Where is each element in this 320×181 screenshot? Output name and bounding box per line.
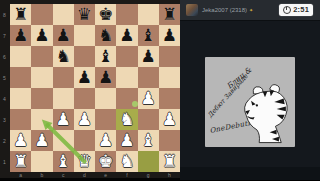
square-g2[interactable]: ♝ <box>138 130 159 151</box>
panel-footer <box>180 167 320 180</box>
piece-white-pawn[interactable]: ♟ <box>159 109 180 130</box>
square-f2[interactable]: ♟ <box>116 130 137 151</box>
square-d1[interactable]: ♛ <box>74 151 95 172</box>
piece-white-pawn[interactable]: ♟ <box>31 130 52 151</box>
channel-logo: Блиц & Дебют Завираде OneDebutPlayer <box>205 57 295 147</box>
square-e3[interactable] <box>95 109 116 130</box>
square-h4[interactable] <box>159 88 180 109</box>
piece-black-pawn[interactable]: ♟ <box>74 67 95 88</box>
square-d4[interactable] <box>74 88 95 109</box>
piece-black-bishop[interactable]: ♝ <box>138 25 159 46</box>
piece-black-rook[interactable]: ♜ <box>10 4 31 25</box>
clock-time: 2:51 <box>293 5 309 14</box>
flair-icon: ✦ <box>249 7 253 13</box>
piece-white-king[interactable]: ♚ <box>95 151 116 172</box>
piece-white-bishop[interactable]: ♝ <box>53 151 74 172</box>
piece-black-knight[interactable]: ♞ <box>95 25 116 46</box>
square-g7[interactable]: ♝ <box>138 25 159 46</box>
square-a2[interactable]: ♟ <box>10 130 31 151</box>
square-d3[interactable]: ♟ <box>74 109 95 130</box>
chess-board: ♜♛♚♜♟♟♟♞♟♝♟♞♝♟♟♟♟♟♟♞♟♟♟♟♟♝♜♝♛♚♞♜ 8765432… <box>0 0 180 180</box>
square-e7[interactable]: ♞ <box>95 25 116 46</box>
app-window: ♜♛♚♜♟♟♟♞♟♝♟♞♝♟♟♟♟♟♟♞♟♟♟♟♟♝♜♝♛♚♞♜ 8765432… <box>0 0 320 180</box>
square-b3[interactable] <box>31 109 52 130</box>
square-a4[interactable] <box>10 88 31 109</box>
piece-black-pawn[interactable]: ♟ <box>138 46 159 67</box>
piece-black-king[interactable]: ♚ <box>95 4 116 25</box>
square-c5[interactable] <box>53 67 74 88</box>
piece-black-queen[interactable]: ♛ <box>74 4 95 25</box>
square-b5[interactable] <box>31 67 52 88</box>
square-e5[interactable]: ♟ <box>95 67 116 88</box>
square-e1[interactable]: ♚ <box>95 151 116 172</box>
tiger-icon <box>236 81 294 145</box>
piece-white-pawn[interactable]: ♟ <box>95 130 116 151</box>
square-c8[interactable] <box>53 4 74 25</box>
square-h1[interactable]: ♜ <box>159 151 180 172</box>
square-e4[interactable] <box>95 88 116 109</box>
square-a8[interactable]: ♜ <box>10 4 31 25</box>
piece-white-knight[interactable]: ♞ <box>116 109 137 130</box>
clock-icon <box>283 6 291 14</box>
square-g5[interactable] <box>138 67 159 88</box>
square-e2[interactable]: ♟ <box>95 130 116 151</box>
square-h6[interactable] <box>159 46 180 67</box>
clock: 2:51 <box>279 4 313 16</box>
square-f6[interactable] <box>116 46 137 67</box>
square-f3[interactable]: ♞ <box>116 109 137 130</box>
piece-white-pawn[interactable]: ♟ <box>10 130 31 151</box>
piece-white-rook[interactable]: ♜ <box>159 151 180 172</box>
square-f4[interactable] <box>116 88 137 109</box>
piece-black-pawn[interactable]: ♟ <box>116 25 137 46</box>
square-e8[interactable]: ♚ <box>95 4 116 25</box>
board-bottom-strip <box>0 178 180 181</box>
piece-white-rook[interactable]: ♜ <box>10 151 31 172</box>
square-g3[interactable] <box>138 109 159 130</box>
square-e6[interactable]: ♝ <box>95 46 116 67</box>
piece-white-bishop[interactable]: ♝ <box>138 130 159 151</box>
square-g8[interactable] <box>138 4 159 25</box>
player-bar: Jeka2007 (2318) ✦ 2:51 <box>180 0 320 21</box>
square-c2[interactable] <box>53 130 74 151</box>
square-a3[interactable] <box>10 109 31 130</box>
square-f7[interactable]: ♟ <box>116 25 137 46</box>
square-b7[interactable]: ♟ <box>31 25 52 46</box>
piece-black-pawn[interactable]: ♟ <box>95 67 116 88</box>
rank-label-4: 4 <box>3 96 6 102</box>
square-h3[interactable]: ♟ <box>159 109 180 130</box>
square-h2[interactable] <box>159 130 180 151</box>
square-f1[interactable]: ♞ <box>116 151 137 172</box>
square-c7[interactable]: ♟ <box>53 25 74 46</box>
piece-black-knight[interactable]: ♞ <box>53 46 74 67</box>
square-c6[interactable]: ♞ <box>53 46 74 67</box>
square-b2[interactable]: ♟ <box>31 130 52 151</box>
piece-black-pawn[interactable]: ♟ <box>159 25 180 46</box>
square-b1[interactable] <box>31 151 52 172</box>
piece-white-queen[interactable]: ♛ <box>74 151 95 172</box>
square-f5[interactable] <box>116 67 137 88</box>
square-c1[interactable]: ♝ <box>53 151 74 172</box>
square-h5[interactable] <box>159 67 180 88</box>
piece-white-pawn[interactable]: ♟ <box>74 109 95 130</box>
player-name[interactable]: Jeka2007 (2318) <box>202 7 247 13</box>
square-d5[interactable]: ♟ <box>74 67 95 88</box>
square-d7[interactable] <box>74 25 95 46</box>
piece-black-rook[interactable]: ♜ <box>159 4 180 25</box>
square-b8[interactable] <box>31 4 52 25</box>
square-b4[interactable] <box>31 88 52 109</box>
piece-black-pawn[interactable]: ♟ <box>31 25 52 46</box>
square-d8[interactable]: ♛ <box>74 4 95 25</box>
square-g6[interactable]: ♟ <box>138 46 159 67</box>
rank-label-8: 8 <box>3 12 6 18</box>
board-grid: ♜♛♚♜♟♟♟♞♟♝♟♞♝♟♟♟♟♟♟♞♟♟♟♟♟♝♜♝♛♚♞♜ <box>10 4 180 172</box>
rank-label-6: 6 <box>3 54 6 60</box>
piece-black-bishop[interactable]: ♝ <box>95 46 116 67</box>
square-a6[interactable] <box>10 46 31 67</box>
rank-label-3: 3 <box>3 117 6 123</box>
square-h7[interactable]: ♟ <box>159 25 180 46</box>
square-f8[interactable] <box>116 4 137 25</box>
square-b6[interactable] <box>31 46 52 67</box>
square-g4[interactable]: ♟ <box>138 88 159 109</box>
square-h8[interactable]: ♜ <box>159 4 180 25</box>
rank-label-2: 2 <box>3 138 6 144</box>
square-d2[interactable] <box>74 130 95 151</box>
piece-black-pawn[interactable]: ♟ <box>53 25 74 46</box>
square-c3[interactable]: ♟ <box>53 109 74 130</box>
piece-white-pawn[interactable]: ♟ <box>53 109 74 130</box>
avatar <box>186 4 198 16</box>
piece-white-knight[interactable]: ♞ <box>116 151 137 172</box>
square-c4[interactable] <box>53 88 74 109</box>
piece-white-pawn[interactable]: ♟ <box>138 88 159 109</box>
rank-label-7: 7 <box>3 33 6 39</box>
rank-label-5: 5 <box>3 75 6 81</box>
rank-label-1: 1 <box>3 159 6 165</box>
square-g1[interactable] <box>138 151 159 172</box>
square-d6[interactable] <box>74 46 95 67</box>
square-a7[interactable]: ♟ <box>10 25 31 46</box>
side-panel: Jeka2007 (2318) ✦ 2:51 Блиц & Дебют Зави… <box>180 0 320 180</box>
piece-black-pawn[interactable]: ♟ <box>10 25 31 46</box>
square-a1[interactable]: ♜ <box>10 151 31 172</box>
piece-white-pawn[interactable]: ♟ <box>116 130 137 151</box>
square-a5[interactable] <box>10 67 31 88</box>
